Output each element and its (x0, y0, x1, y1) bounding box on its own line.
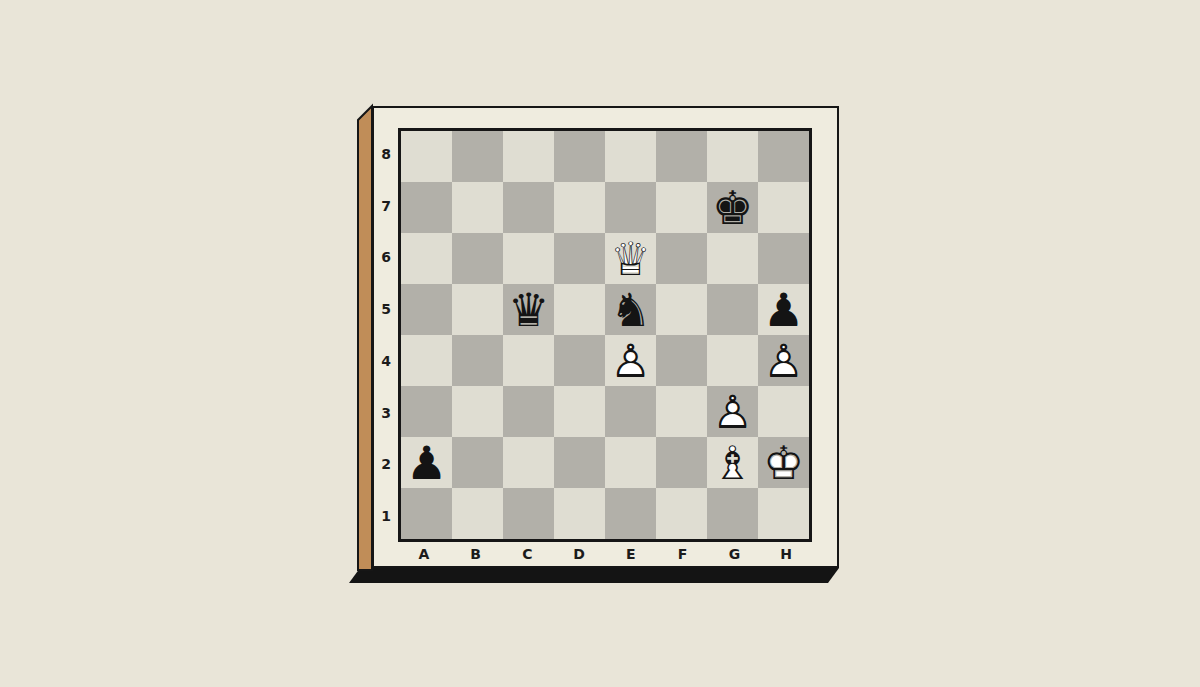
square-h4[interactable]: ♟♙ (758, 335, 809, 386)
square-b4[interactable] (452, 335, 503, 386)
file-label-e: E (605, 542, 657, 566)
square-g6[interactable] (707, 233, 758, 284)
square-d1[interactable] (554, 488, 605, 539)
square-d2[interactable] (554, 437, 605, 488)
square-g2[interactable]: ♝♗ (707, 437, 758, 488)
square-g8[interactable] (707, 131, 758, 182)
square-e1[interactable] (605, 488, 656, 539)
square-g5[interactable] (707, 284, 758, 335)
square-f5[interactable] (656, 284, 707, 335)
rank-label-8: 8 (374, 128, 398, 180)
black-queen-c5: ♛ (505, 286, 553, 334)
square-a1[interactable] (401, 488, 452, 539)
rank-label-6: 6 (374, 232, 398, 284)
square-a4[interactable] (401, 335, 452, 386)
file-label-g: G (709, 542, 761, 566)
piece-outline-glyph: ♙ (709, 388, 757, 436)
file-label-d: D (553, 542, 605, 566)
square-f3[interactable] (656, 386, 707, 437)
square-h8[interactable] (758, 131, 809, 182)
black-pawn-h5: ♟ (760, 286, 808, 334)
file-label-c: C (502, 542, 554, 566)
square-h5[interactable]: ♟ (758, 284, 809, 335)
board-left-edge (358, 106, 372, 570)
square-e5[interactable]: ♞ (605, 284, 656, 335)
file-label-b: B (450, 542, 502, 566)
square-h3[interactable] (758, 386, 809, 437)
square-a6[interactable] (401, 233, 452, 284)
white-queen-e6: ♛♕ (607, 235, 655, 283)
board-frame: 87654321 ABCDEFGH ♚♛♕♛♞♟♟♙♟♙♟♙♟♝♗♚♔ (372, 106, 839, 568)
square-c3[interactable] (503, 386, 554, 437)
piece-outline-glyph: ♗ (709, 439, 757, 487)
square-f6[interactable] (656, 233, 707, 284)
piece-glyph: ♚ (709, 184, 757, 232)
square-h1[interactable] (758, 488, 809, 539)
square-c6[interactable] (503, 233, 554, 284)
square-f2[interactable] (656, 437, 707, 488)
board-bottom-edge (349, 568, 839, 583)
square-e6[interactable]: ♛♕ (605, 233, 656, 284)
square-f4[interactable] (656, 335, 707, 386)
square-g1[interactable] (707, 488, 758, 539)
square-d4[interactable] (554, 335, 605, 386)
piece-outline-glyph: ♕ (607, 235, 655, 283)
square-f1[interactable] (656, 488, 707, 539)
square-c7[interactable] (503, 182, 554, 233)
square-b1[interactable] (452, 488, 503, 539)
rank-labels: 87654321 (374, 128, 398, 542)
square-c5[interactable]: ♛ (503, 284, 554, 335)
piece-outline-glyph: ♙ (607, 337, 655, 385)
square-g7[interactable]: ♚ (707, 182, 758, 233)
square-d5[interactable] (554, 284, 605, 335)
square-b8[interactable] (452, 131, 503, 182)
rank-label-1: 1 (374, 490, 398, 542)
square-c2[interactable] (503, 437, 554, 488)
chess-diagram: 87654321 ABCDEFGH ♚♛♕♛♞♟♟♙♟♙♟♙♟♝♗♚♔ (0, 0, 1200, 687)
square-h2[interactable]: ♚♔ (758, 437, 809, 488)
square-d3[interactable] (554, 386, 605, 437)
square-c8[interactable] (503, 131, 554, 182)
black-knight-e5: ♞ (607, 286, 655, 334)
square-c1[interactable] (503, 488, 554, 539)
piece-glyph: ♟ (760, 286, 808, 334)
square-f8[interactable] (656, 131, 707, 182)
rank-label-3: 3 (374, 387, 398, 439)
square-e7[interactable] (605, 182, 656, 233)
rank-label-4: 4 (374, 335, 398, 387)
square-a3[interactable] (401, 386, 452, 437)
rank-label-5: 5 (374, 283, 398, 335)
black-king-g7: ♚ (709, 184, 757, 232)
square-e8[interactable] (605, 131, 656, 182)
square-e4[interactable]: ♟♙ (605, 335, 656, 386)
board-grid: ♚♛♕♛♞♟♟♙♟♙♟♙♟♝♗♚♔ (401, 131, 809, 539)
square-b7[interactable] (452, 182, 503, 233)
piece-glyph: ♛ (505, 286, 553, 334)
white-bishop-g2: ♝♗ (709, 439, 757, 487)
piece-glyph: ♟ (403, 439, 451, 487)
square-d6[interactable] (554, 233, 605, 284)
square-a8[interactable] (401, 131, 452, 182)
square-d7[interactable] (554, 182, 605, 233)
square-e2[interactable] (605, 437, 656, 488)
square-h6[interactable] (758, 233, 809, 284)
rank-label-2: 2 (374, 439, 398, 491)
square-a5[interactable] (401, 284, 452, 335)
square-b2[interactable] (452, 437, 503, 488)
white-pawn-g3: ♟♙ (709, 388, 757, 436)
square-c4[interactable] (503, 335, 554, 386)
square-b5[interactable] (452, 284, 503, 335)
file-label-h: H (760, 542, 812, 566)
white-pawn-h4: ♟♙ (760, 337, 808, 385)
square-a2[interactable]: ♟ (401, 437, 452, 488)
square-g4[interactable] (707, 335, 758, 386)
square-e3[interactable] (605, 386, 656, 437)
board-play-area: ♚♛♕♛♞♟♟♙♟♙♟♙♟♝♗♚♔ (398, 128, 812, 542)
square-h7[interactable] (758, 182, 809, 233)
white-king-h2: ♚♔ (760, 439, 808, 487)
rank-label-7: 7 (374, 180, 398, 232)
square-b6[interactable] (452, 233, 503, 284)
square-b3[interactable] (452, 386, 503, 437)
file-label-a: A (398, 542, 450, 566)
square-g3[interactable]: ♟♙ (707, 386, 758, 437)
white-pawn-e4: ♟♙ (607, 337, 655, 385)
square-a7[interactable] (401, 182, 452, 233)
square-f7[interactable] (656, 182, 707, 233)
piece-glyph: ♞ (607, 286, 655, 334)
square-d8[interactable] (554, 131, 605, 182)
piece-outline-glyph: ♔ (760, 439, 808, 487)
file-label-f: F (657, 542, 709, 566)
piece-outline-glyph: ♙ (760, 337, 808, 385)
black-pawn-a2: ♟ (403, 439, 451, 487)
file-labels: ABCDEFGH (398, 542, 812, 566)
